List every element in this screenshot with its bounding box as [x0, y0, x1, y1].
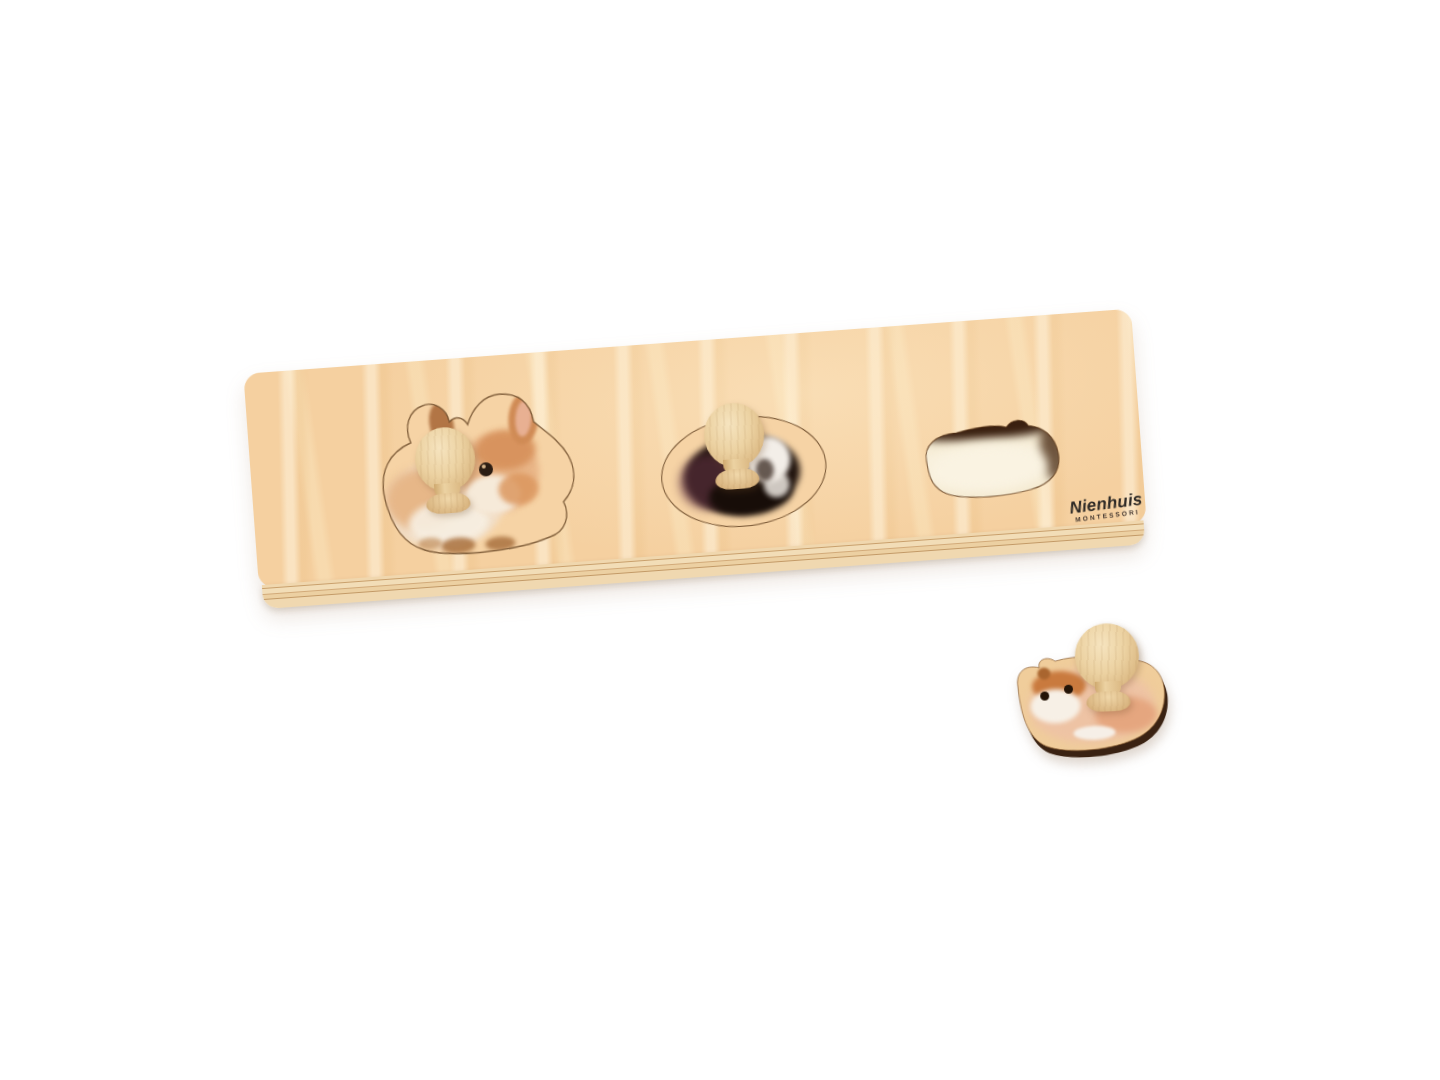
knob-base [426, 492, 471, 515]
wooden-knob-hamster[interactable] [1074, 622, 1141, 712]
brand-logo: Nienhuis MONTESSORI [1049, 488, 1163, 526]
puzzle-board: Nienhuis MONTESSORI [243, 309, 1146, 589]
loose-piece-hamster[interactable] [1003, 615, 1178, 761]
slot-hamster-empty[interactable] [914, 413, 1070, 506]
empty-slot-inner-light [926, 440, 1049, 497]
knob-ball [1074, 622, 1140, 690]
knob-base [1086, 691, 1131, 713]
wooden-knob-rabbit[interactable] [411, 425, 481, 515]
product-photo-stage: Nienhuis MONTESSORI [0, 0, 1440, 1080]
rabbit-paw-right [485, 535, 516, 551]
board-plywood-edge [262, 520, 1145, 609]
wooden-knob-guinea-pig[interactable] [700, 401, 770, 491]
knob-base [715, 467, 760, 490]
empty-slot-rim-shadow-top [907, 405, 1059, 444]
